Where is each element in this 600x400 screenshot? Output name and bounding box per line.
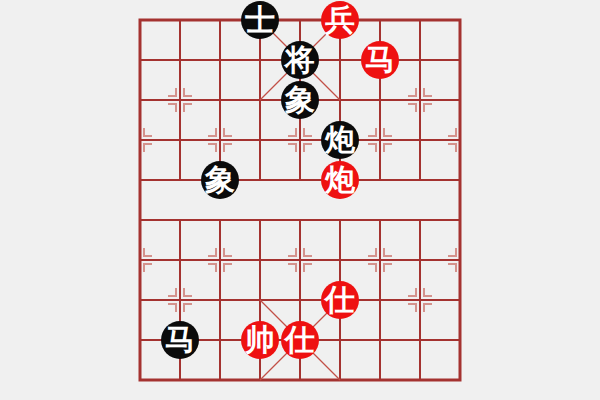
piece-red-soldier[interactable]: 兵 <box>321 1 359 39</box>
piece-black-elephant[interactable]: 象 <box>201 161 239 199</box>
piece-black-general[interactable]: 将 <box>281 41 319 79</box>
piece-black-elephant[interactable]: 象 <box>281 81 319 119</box>
xiangqi-screenshot: 士兵将马象炮象炮仕马帅仕 <box>0 0 600 400</box>
piece-red-advisor[interactable]: 仕 <box>281 321 319 359</box>
piece-red-cannon[interactable]: 炮 <box>321 161 359 199</box>
piece-black-cannon[interactable]: 炮 <box>321 121 359 159</box>
piece-black-horse[interactable]: 马 <box>161 321 199 359</box>
piece-red-horse[interactable]: 马 <box>361 41 399 79</box>
piece-red-general[interactable]: 帅 <box>241 321 279 359</box>
piece-black-advisor[interactable]: 士 <box>241 1 279 39</box>
piece-red-advisor[interactable]: 仕 <box>321 281 359 319</box>
xiangqi-board[interactable]: 士兵将马象炮象炮仕马帅仕 <box>120 0 480 400</box>
board-grid[interactable]: 士兵将马象炮象炮仕马帅仕 <box>120 0 480 400</box>
